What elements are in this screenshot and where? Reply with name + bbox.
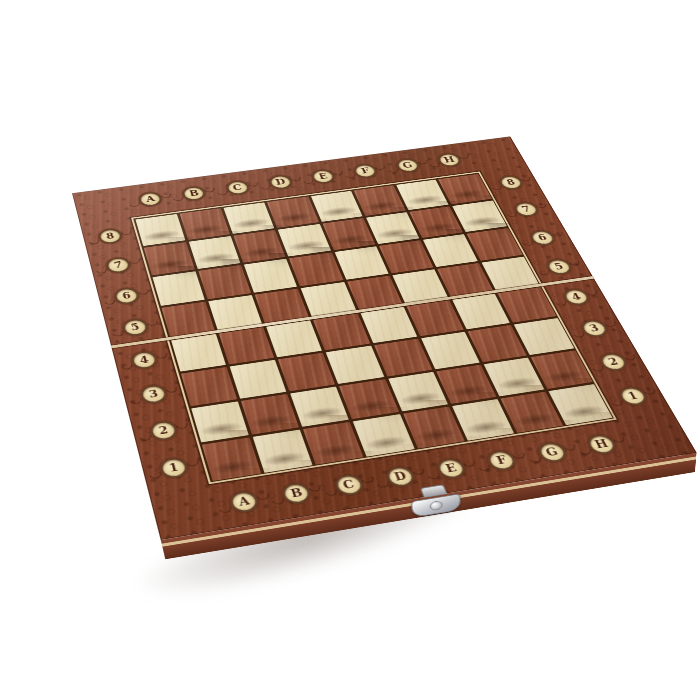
file-label-bottom-f: F [485, 449, 519, 472]
scroll-ornament-icon [307, 481, 323, 493]
scroll-ornament-icon [184, 456, 200, 468]
rank-label-left-1: 1 [158, 456, 189, 479]
scroll-ornament-icon [461, 456, 476, 468]
scroll-ornament-icon [174, 419, 190, 430]
file-label-bottom-b: B [280, 481, 313, 505]
scroll-ornament-icon [154, 350, 169, 360]
scroll-ornament-icon [145, 317, 160, 327]
scroll-ornament-icon [375, 477, 391, 489]
file-label-bottom-c: C [332, 473, 365, 497]
scroll-ornament-icon [527, 453, 542, 465]
scroll-ornament-icon [477, 461, 492, 473]
file-label-bottom-g: G [535, 441, 569, 464]
rank-label-left-4: 4 [130, 350, 159, 370]
scroll-ornament-icon [611, 433, 625, 444]
scroll-ornament-icon [512, 448, 527, 460]
file-label-top-a: A [137, 191, 163, 207]
scroll-ornament-icon [562, 441, 577, 452]
rank-label-left-7: 7 [105, 256, 132, 274]
scroll-ornament-icon [164, 383, 179, 394]
scroll-ornament-icon [128, 395, 143, 406]
scroll-ornament-icon [577, 445, 592, 456]
scroll-ornament-icon [323, 485, 339, 497]
file-label-bottom-h: H [584, 433, 618, 455]
file-label-bottom-d: D [384, 465, 417, 488]
square-b5 [208, 295, 262, 331]
square-e7 [322, 218, 375, 250]
rank-label-left-3: 3 [139, 384, 169, 405]
scroll-ornament-icon [642, 385, 656, 396]
scroll-ornament-icon [255, 489, 271, 501]
scroll-ornament-icon [217, 502, 233, 514]
rank-label-left-8: 8 [97, 228, 123, 245]
rank-label-left-2: 2 [148, 419, 178, 441]
square-d7 [278, 224, 331, 257]
scroll-ornament-icon [137, 431, 153, 442]
rank-label-left-5: 5 [121, 318, 149, 337]
chess-board: ABCDEFGHABCDEFGH8765432187654321 ♜♞♝♛♚♝♞… [72, 136, 697, 540]
square-a5 [161, 302, 215, 338]
square-a4 [171, 334, 226, 372]
square-b6 [198, 265, 251, 300]
product-photo: ABCDEFGHABCDEFGH8765432187654321 ♜♞♝♛♚♝♞… [0, 0, 700, 700]
square-d5 [301, 282, 356, 317]
file-label-bottom-a: A [228, 490, 260, 514]
square-c6 [244, 259, 297, 293]
file-label-bottom-e: E [435, 457, 469, 480]
scroll-ornament-icon [111, 328, 126, 338]
scroll-ornament-icon [270, 494, 286, 506]
scroll-ornament-icon [426, 469, 441, 481]
scroll-ornament-icon [119, 360, 134, 370]
square-c5 [255, 289, 310, 325]
clasp-knob-icon [429, 500, 442, 511]
scroll-ornament-icon [359, 473, 375, 485]
square-e6 [334, 246, 388, 280]
rank-label-left-6: 6 [113, 286, 141, 305]
scroll-ornament-icon [410, 465, 425, 477]
square-a6 [152, 271, 205, 306]
square-d6 [289, 252, 343, 286]
scroll-ornament-icon [147, 468, 163, 480]
